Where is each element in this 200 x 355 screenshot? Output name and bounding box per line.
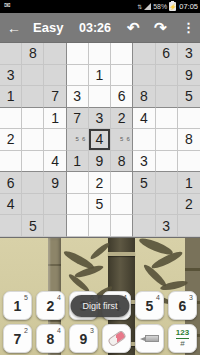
cell-r4c2[interactable] [22, 108, 44, 130]
eraser-icon [107, 330, 127, 348]
cell-r9c3[interactable] [44, 215, 66, 237]
cell-r7c8[interactable] [156, 172, 178, 194]
digit-button-5[interactable]: 54 [135, 291, 164, 320]
cell-value: 8 [133, 86, 154, 107]
digit-count-badge: 3 [189, 294, 193, 301]
cell-r4c8[interactable] [156, 108, 178, 130]
cell-r9c5[interactable] [89, 215, 111, 237]
clock: 07:05 [179, 2, 198, 11]
digit-button-8[interactable]: 84 [36, 324, 65, 353]
cell-r3c7[interactable]: 8 [133, 86, 155, 108]
digit-label: 1 [14, 298, 22, 314]
cell-value: 4 [0, 194, 21, 215]
digit-label: 2 [47, 298, 55, 314]
cell-r9c9[interactable] [178, 215, 200, 237]
cell-value: 1 [0, 86, 21, 107]
game-timer: 03:26 [79, 13, 111, 42]
cell-value: 2 [111, 108, 132, 129]
cell-r6c4[interactable]: 1 [67, 151, 89, 173]
cell-r8c4[interactable] [67, 194, 89, 216]
cell-r6c3[interactable]: 4 [44, 151, 66, 173]
action-bar: ← Easy 03:26 ↶ ↷ ⋮ [0, 13, 200, 42]
cell-value: 9 [89, 151, 110, 172]
keypad-row-2: 728493123# [0, 324, 200, 353]
app-screen: ✉ ⇅ 58% ⚡ 07:05 ← Easy 03:26 ↶ ↷ ⋮ 86331… [0, 0, 200, 355]
cell-r3c5[interactable] [89, 86, 111, 108]
difficulty-title: Easy [33, 13, 63, 42]
cell-r3c6[interactable]: 6 [111, 86, 133, 108]
digit-count-badge: 3 [90, 327, 94, 334]
cell-r7c2[interactable] [22, 172, 44, 194]
cell-r7c1[interactable]: 6 [0, 172, 22, 194]
cell-value: 7 [67, 108, 88, 129]
cell-r1c7[interactable] [133, 43, 155, 65]
sudoku-grid: 863319173685173242564568419836925145253 [0, 42, 200, 238]
cell-r6c1[interactable] [0, 151, 22, 173]
cell-r5c7[interactable] [133, 129, 155, 151]
cell-value: 6 [111, 86, 132, 107]
cell-r9c1[interactable] [0, 215, 22, 237]
cell-value: 3 [67, 86, 88, 107]
cell-r8c8[interactable] [156, 194, 178, 216]
cell-r8c9[interactable]: 2 [178, 194, 200, 216]
cell-r4c1[interactable] [0, 108, 22, 130]
cell-r1c6[interactable] [111, 43, 133, 65]
cell-r4c4[interactable]: 7 [67, 108, 89, 130]
cell-value: 3 [178, 43, 200, 64]
cell-r3c4[interactable]: 3 [67, 86, 89, 108]
cell-value: 5 [89, 194, 110, 215]
cell-r2c7[interactable] [133, 65, 155, 87]
cell-r2c3[interactable] [44, 65, 66, 87]
cell-r5c4[interactable]: 56 [67, 129, 89, 151]
mobile-data-icon: ⇅ [137, 3, 142, 10]
cell-r3c1[interactable]: 1 [0, 86, 22, 108]
cell-r2c8[interactable] [156, 65, 178, 87]
cell-r2c1[interactable]: 3 [0, 65, 22, 87]
cell-r5c1[interactable]: 2 [0, 129, 22, 151]
digit-count-badge: 4 [156, 294, 160, 301]
cell-r4c6[interactable]: 2 [111, 108, 133, 130]
cell-r1c5[interactable] [89, 43, 111, 65]
toast-message: Digit first [70, 295, 129, 317]
cell-r1c4[interactable] [67, 43, 89, 65]
cell-r9c6[interactable] [111, 215, 133, 237]
cell-r9c2[interactable]: 5 [22, 215, 44, 237]
cell-r8c3[interactable] [44, 194, 66, 216]
cell-r7c4[interactable] [67, 172, 89, 194]
pencil-icon [140, 335, 159, 342]
cell-r8c6[interactable] [111, 194, 133, 216]
cell-r4c7[interactable]: 4 [133, 108, 155, 130]
cell-r9c4[interactable] [67, 215, 89, 237]
cell-r8c1[interactable]: 4 [0, 194, 22, 216]
status-bar: ✉ ⇅ 58% ⚡ 07:05 [0, 0, 200, 13]
digit-button-7[interactable]: 72 [3, 324, 32, 353]
cell-r5c8[interactable] [156, 129, 178, 151]
cell-value: 2 [178, 194, 200, 215]
input-mode-button[interactable]: 123# [168, 324, 197, 353]
cell-value: 1 [44, 108, 65, 129]
cell-r6c5[interactable]: 9 [89, 151, 111, 173]
cell-r2c4[interactable] [67, 65, 89, 87]
cell-r5c3[interactable] [44, 129, 66, 151]
back-icon[interactable]: ← [7, 13, 21, 42]
cell-value: 4 [44, 151, 65, 172]
digit-button-9[interactable]: 93 [69, 324, 98, 353]
digit-count-badge: 5 [24, 294, 28, 301]
cell-r5c2[interactable] [22, 129, 44, 151]
cell-value: 4 [133, 108, 154, 129]
cell-r7c3[interactable]: 9 [44, 172, 66, 194]
digit-button-6[interactable]: 63 [168, 291, 197, 320]
cell-r5c6[interactable]: 56 [111, 129, 133, 151]
eraser-button[interactable] [102, 324, 131, 353]
digit-button-1[interactable]: 15 [3, 291, 32, 320]
cell-r5c9[interactable]: 8 [178, 129, 200, 151]
digit-count-badge: 2 [24, 327, 28, 334]
cell-value: 2 [0, 129, 21, 150]
input-mode-icon: 123# [176, 329, 189, 348]
digit-button-2[interactable]: 24 [36, 291, 65, 320]
cell-r9c8[interactable]: 3 [156, 215, 178, 237]
cell-r1c2[interactable]: 8 [22, 43, 44, 65]
cell-value: 5 [178, 86, 200, 107]
cell-value: 3 [0, 65, 21, 86]
cell-r4c9[interactable] [178, 108, 200, 130]
message-notification-icon: ✉ [4, 1, 11, 10]
cell-r6c9[interactable] [178, 151, 200, 173]
cell-r6c7[interactable]: 3 [133, 151, 155, 173]
cell-value: 9 [178, 65, 200, 86]
cell-r2c6[interactable] [111, 65, 133, 87]
cell-r3c3[interactable]: 7 [44, 86, 66, 108]
cell-value: 1 [89, 65, 110, 86]
pencil-notes-button[interactable] [135, 324, 164, 353]
cell-r1c3[interactable] [44, 43, 66, 65]
cell-value: 8 [178, 129, 200, 150]
cell-r8c5[interactable]: 5 [89, 194, 111, 216]
cell-value: 2 [89, 172, 110, 193]
cell-r8c7[interactable] [133, 194, 155, 216]
cell-r6c2[interactable] [22, 151, 44, 173]
digit-label: 9 [80, 331, 88, 347]
battery-percent: 58% [153, 3, 167, 10]
redo-icon[interactable]: ↷ [154, 13, 167, 42]
cell-value: 3 [89, 108, 110, 129]
cell-value: 6 [156, 43, 177, 64]
overflow-menu-icon[interactable]: ⋮ [182, 13, 195, 42]
cell-value: 5 [133, 172, 154, 193]
battery-icon: ⚡ [169, 2, 176, 11]
cell-value: 1 [178, 172, 200, 193]
cell-r6c6[interactable]: 8 [111, 151, 133, 173]
digit-count-badge: 4 [57, 294, 61, 301]
digit-label: 7 [14, 331, 22, 347]
digit-count-badge: 4 [57, 327, 61, 334]
cell-r4c3[interactable]: 1 [44, 108, 66, 130]
cell-value: 3 [133, 151, 154, 172]
cell-value: 3 [156, 215, 177, 236]
cell-r3c9[interactable]: 5 [178, 86, 200, 108]
digit-label: 6 [179, 298, 187, 314]
pencil-marks: 56 [68, 130, 87, 149]
cell-r7c7[interactable]: 5 [133, 172, 155, 194]
cell-r9c7[interactable] [133, 215, 155, 237]
cell-r7c6[interactable] [111, 172, 133, 194]
cell-r2c5[interactable]: 1 [89, 65, 111, 87]
cell-value: 6 [0, 172, 21, 193]
cell-r1c8[interactable]: 6 [156, 43, 178, 65]
cell-r7c5[interactable]: 2 [89, 172, 111, 194]
cell-value: 7 [44, 86, 65, 107]
pencil-marks: 56 [112, 130, 131, 149]
cell-r1c1[interactable] [0, 43, 22, 65]
cell-r3c8[interactable] [156, 86, 178, 108]
digit-label: 5 [146, 298, 154, 314]
cell-r1c9[interactable]: 3 [178, 43, 200, 65]
cell-r5c5[interactable]: 4 [89, 129, 111, 151]
cell-value: 1 [67, 151, 88, 172]
cell-value: 5 [22, 215, 43, 236]
cell-r7c9[interactable]: 1 [178, 172, 200, 194]
digit-label: 8 [47, 331, 55, 347]
cell-r6c8[interactable] [156, 151, 178, 173]
cell-r2c2[interactable] [22, 65, 44, 87]
cell-value: 8 [22, 43, 43, 64]
cell-value: 9 [44, 172, 65, 193]
signal-icon [144, 3, 151, 10]
cell-r4c5[interactable]: 3 [89, 108, 111, 130]
cell-r2c9[interactable]: 9 [178, 65, 200, 87]
cell-r8c2[interactable] [22, 194, 44, 216]
undo-icon[interactable]: ↶ [127, 13, 140, 42]
cell-value: 8 [111, 151, 132, 172]
cell-value: 4 [89, 129, 110, 150]
cell-r3c2[interactable] [22, 86, 44, 108]
